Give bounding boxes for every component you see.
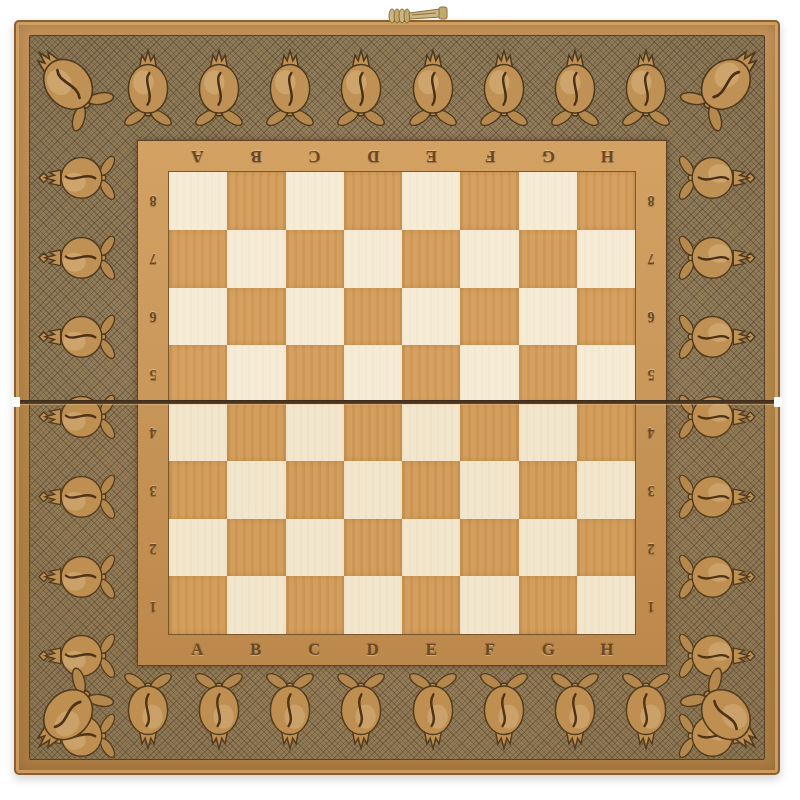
ornament-row-top (112, 36, 682, 136)
square-h5 (577, 345, 635, 403)
square-b8 (227, 172, 285, 230)
pomegranate-ornament-icon (405, 42, 461, 130)
square-h8 (577, 172, 635, 230)
pomegranate-ornament-icon (547, 669, 603, 757)
pomegranate-ornament-icon (262, 42, 318, 130)
seam-notch (12, 397, 20, 407)
pomegranate-ornament-icon (405, 669, 461, 757)
pomegranate-ornament-icon (476, 669, 532, 757)
file-label-bottom-f: F (461, 635, 520, 665)
square-h4 (577, 403, 635, 461)
file-label-top-d: D (344, 141, 403, 171)
file-labels-bottom: ABCDEFGH (168, 635, 636, 665)
pomegranate-ornament-icon (38, 471, 118, 523)
pomegranate-ornament-icon (547, 42, 603, 130)
square-h1 (577, 576, 635, 634)
square-a5 (169, 345, 227, 403)
file-label-bottom-e: E (402, 635, 461, 665)
pomegranate-ornament-icon (38, 232, 118, 284)
product-photo: ABCDEFGH ABCDEFGH 87654321 87654321 (0, 0, 800, 800)
pomegranate-ornament-icon (476, 42, 532, 130)
file-label-top-a: A (168, 141, 227, 171)
seam-notch (774, 397, 782, 407)
square-d1 (344, 576, 402, 634)
square-h7 (577, 230, 635, 288)
square-g6 (519, 288, 577, 346)
file-label-top-b: B (227, 141, 286, 171)
square-a7 (169, 230, 227, 288)
square-f7 (460, 230, 518, 288)
file-label-bottom-g: G (519, 635, 578, 665)
pomegranate-ornament-icon (676, 311, 756, 363)
pomegranate-ornament-icon (262, 669, 318, 757)
pomegranate-ornament-icon (333, 42, 389, 130)
square-g8 (519, 172, 577, 230)
square-e6 (402, 288, 460, 346)
pomegranate-ornament-icon (38, 152, 118, 204)
rank-label-right-4: 4 (636, 403, 666, 461)
square-a1 (169, 576, 227, 634)
rank-label-right-8: 8 (636, 171, 666, 229)
square-a3 (169, 461, 227, 519)
rank-label-left-6: 6 (138, 287, 168, 345)
file-label-top-h: H (578, 141, 637, 171)
pomegranate-ornament-icon (120, 42, 176, 130)
square-d5 (344, 345, 402, 403)
square-b1 (227, 576, 285, 634)
square-d8 (344, 172, 402, 230)
square-f3 (460, 461, 518, 519)
file-label-top-e: E (402, 141, 461, 171)
square-b6 (227, 288, 285, 346)
rank-label-left-4: 4 (138, 403, 168, 461)
square-e4 (402, 403, 460, 461)
rank-label-left-2: 2 (138, 519, 168, 577)
rank-label-left-7: 7 (138, 229, 168, 287)
file-label-bottom-h: H (578, 635, 637, 665)
rank-label-left-1: 1 (138, 577, 168, 635)
square-a6 (169, 288, 227, 346)
square-g3 (519, 461, 577, 519)
brass-clasp-icon (382, 5, 454, 24)
square-b7 (227, 230, 285, 288)
square-c7 (286, 230, 344, 288)
square-g5 (519, 345, 577, 403)
file-label-top-f: F (461, 141, 520, 171)
fold-seam (14, 400, 780, 404)
square-h2 (577, 519, 635, 577)
square-f2 (460, 519, 518, 577)
square-a2 (169, 519, 227, 577)
file-label-bottom-a: A (168, 635, 227, 665)
pomegranate-ornament-icon (618, 42, 674, 130)
square-e1 (402, 576, 460, 634)
ornament-row-bottom (112, 663, 682, 763)
square-c4 (286, 403, 344, 461)
square-d6 (344, 288, 402, 346)
square-e7 (402, 230, 460, 288)
square-b2 (227, 519, 285, 577)
pomegranate-ornament-icon (38, 391, 118, 443)
rank-label-right-1: 1 (636, 577, 666, 635)
pomegranate-ornament-icon (676, 471, 756, 523)
square-g1 (519, 576, 577, 634)
square-c3 (286, 461, 344, 519)
square-b3 (227, 461, 285, 519)
file-label-bottom-c: C (285, 635, 344, 665)
square-d2 (344, 519, 402, 577)
square-b5 (227, 345, 285, 403)
rank-label-right-5: 5 (636, 345, 666, 403)
rank-label-right-6: 6 (636, 287, 666, 345)
pomegranate-ornament-icon (333, 669, 389, 757)
square-a8 (169, 172, 227, 230)
rank-label-right-3: 3 (636, 461, 666, 519)
square-e5 (402, 345, 460, 403)
file-label-bottom-b: B (227, 635, 286, 665)
square-c8 (286, 172, 344, 230)
pomegranate-ornament-icon (676, 391, 756, 443)
square-g2 (519, 519, 577, 577)
file-label-top-g: G (519, 141, 578, 171)
file-label-top-c: C (285, 141, 344, 171)
square-d3 (344, 461, 402, 519)
square-g7 (519, 230, 577, 288)
square-d4 (344, 403, 402, 461)
pomegranate-ornament-icon (120, 669, 176, 757)
pomegranate-ornament-icon (676, 152, 756, 204)
wooden-chess-box: ABCDEFGH ABCDEFGH 87654321 87654321 (14, 20, 780, 775)
square-h3 (577, 461, 635, 519)
rank-label-left-8: 8 (138, 171, 168, 229)
square-c1 (286, 576, 344, 634)
square-c6 (286, 288, 344, 346)
square-b4 (227, 403, 285, 461)
square-f5 (460, 345, 518, 403)
square-a4 (169, 403, 227, 461)
square-e3 (402, 461, 460, 519)
pomegranate-ornament-icon (676, 550, 756, 602)
rank-label-right-7: 7 (636, 229, 666, 287)
square-f1 (460, 576, 518, 634)
pomegranate-ornament-icon (191, 42, 247, 130)
square-g4 (519, 403, 577, 461)
pomegranate-ornament-icon (676, 232, 756, 284)
square-e2 (402, 519, 460, 577)
square-c2 (286, 519, 344, 577)
square-f4 (460, 403, 518, 461)
pomegranate-ornament-icon (38, 550, 118, 602)
pomegranate-ornament-icon (618, 669, 674, 757)
square-d7 (344, 230, 402, 288)
rank-label-right-2: 2 (636, 519, 666, 577)
rank-label-left-3: 3 (138, 461, 168, 519)
rank-label-left-5: 5 (138, 345, 168, 403)
square-e8 (402, 172, 460, 230)
square-h6 (577, 288, 635, 346)
pomegranate-ornament-icon (38, 311, 118, 363)
square-f8 (460, 172, 518, 230)
square-c5 (286, 345, 344, 403)
pomegranate-ornament-icon (191, 669, 247, 757)
file-label-bottom-d: D (344, 635, 403, 665)
square-f6 (460, 288, 518, 346)
file-labels-top: ABCDEFGH (168, 141, 636, 171)
